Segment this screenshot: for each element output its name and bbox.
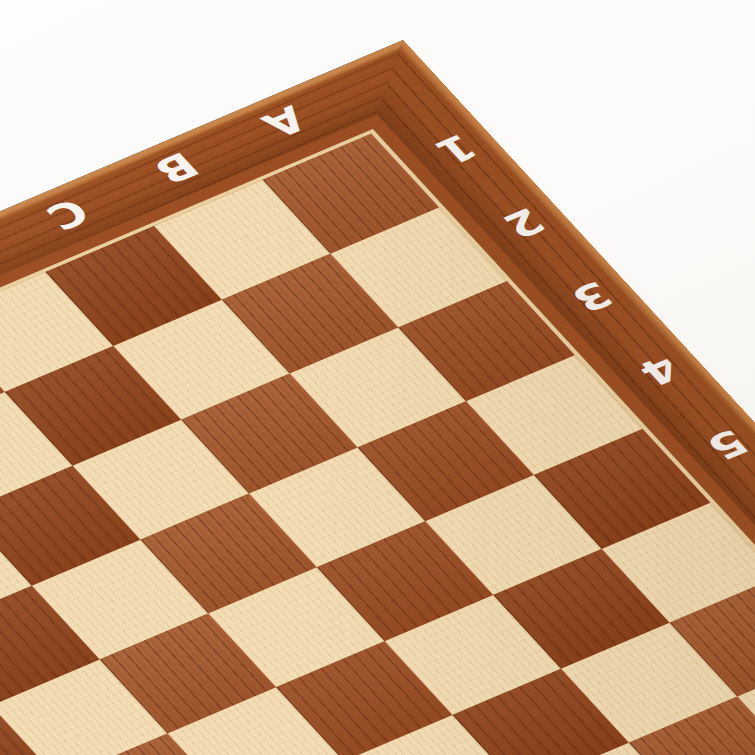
- photo-viewport: CBA 12345: [0, 0, 755, 755]
- chessboard: CBA 12345: [0, 40, 755, 755]
